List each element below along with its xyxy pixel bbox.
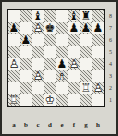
- rank-label-8: 8: [106, 10, 115, 22]
- square-c1: [32, 94, 44, 106]
- piece-black-king: ♚: [44, 22, 56, 34]
- file-labels: abcdefgh: [8, 119, 104, 131]
- rank-label-6: 6: [106, 34, 115, 46]
- rank-label-2: 2: [106, 82, 115, 94]
- rank-label-3: 3: [106, 70, 115, 82]
- rank-label-5: 5: [106, 46, 115, 58]
- square-h6: [92, 34, 104, 46]
- file-label-a: a: [8, 119, 20, 131]
- piece-white-pawn: ♟♙: [8, 58, 20, 70]
- square-b6: ♟: [20, 34, 32, 46]
- piece-white-rook: ♜♖: [80, 82, 92, 94]
- piece-white-king: ♚♔: [44, 94, 56, 106]
- square-c3: ♟♙: [32, 70, 44, 82]
- rank-label-1: 1: [106, 94, 115, 106]
- square-e3: ♝♗: [56, 70, 68, 82]
- file-label-f: f: [68, 119, 80, 131]
- square-a1: ♜♖: [8, 94, 20, 106]
- square-a7: ♟: [8, 22, 20, 34]
- square-g1: [80, 94, 92, 106]
- rank-labels: 87654321: [106, 10, 115, 106]
- square-f6: [68, 34, 80, 46]
- file-label-c: c: [32, 119, 44, 131]
- square-f4: ♟♙: [68, 58, 80, 70]
- piece-white-rook: ♜♖: [8, 94, 20, 106]
- square-f7: ♟: [68, 22, 80, 34]
- file-label-h: h: [92, 119, 104, 131]
- file-label-b: b: [20, 119, 32, 131]
- file-label-e: e: [56, 119, 68, 131]
- square-d6: [44, 34, 56, 46]
- square-h5: [92, 46, 104, 58]
- square-c5: [32, 46, 44, 58]
- square-g4: [80, 58, 92, 70]
- square-b8: [20, 10, 32, 22]
- square-f1: [68, 94, 80, 106]
- square-d4: [44, 58, 56, 70]
- square-d3: [44, 70, 56, 82]
- square-b5: [20, 46, 32, 58]
- square-e1: [56, 94, 68, 106]
- square-d5: [44, 46, 56, 58]
- square-c2: [32, 82, 44, 94]
- scanned-diagram-page: ♝♝♜♟♟♙♚♟♟♟♟♟♙♟♟♙♟♙♝♗♜♖♟♙♜♖♚♔ abcdefgh 87…: [0, 0, 118, 136]
- square-e2: [56, 82, 68, 94]
- piece-black-pawn: ♟: [8, 22, 20, 34]
- piece-black-pawn: ♟: [80, 22, 92, 34]
- rank-label-7: 7: [106, 22, 115, 34]
- square-h7: ♟: [92, 22, 104, 34]
- square-g6: [80, 34, 92, 46]
- square-h4: [92, 58, 104, 70]
- piece-white-pawn: ♟♙: [32, 22, 44, 34]
- square-b4: [20, 58, 32, 70]
- square-e8: [56, 10, 68, 22]
- square-f2: [68, 82, 80, 94]
- square-b3: [20, 70, 32, 82]
- piece-white-bishop: ♝♗: [56, 70, 68, 82]
- square-h1: [92, 94, 104, 106]
- file-label-d: d: [44, 119, 56, 131]
- square-g5: [80, 46, 92, 58]
- square-c7: ♟♙: [32, 22, 44, 34]
- chess-board: ♝♝♜♟♟♙♚♟♟♟♟♟♙♟♟♙♟♙♝♗♜♖♟♙♜♖♚♔: [7, 9, 105, 107]
- square-a3: [8, 70, 20, 82]
- square-a6: [8, 34, 20, 46]
- piece-white-pawn: ♟♙: [32, 70, 44, 82]
- square-a4: ♟♙: [8, 58, 20, 70]
- square-h2: ♟♙: [92, 82, 104, 94]
- piece-white-pawn: ♟♙: [68, 58, 80, 70]
- square-f3: [68, 70, 80, 82]
- file-label-g: g: [80, 119, 92, 131]
- square-c6: [32, 34, 44, 46]
- square-e6: [56, 34, 68, 46]
- piece-black-pawn: ♟: [92, 22, 104, 34]
- square-d7: ♚: [44, 22, 56, 34]
- piece-black-pawn: ♟: [20, 34, 32, 46]
- square-g2: ♜♖: [80, 82, 92, 94]
- square-b1: [20, 94, 32, 106]
- square-d1: ♚♔: [44, 94, 56, 106]
- square-b2: [20, 82, 32, 94]
- rank-label-4: 4: [106, 58, 115, 70]
- piece-white-pawn: ♟♙: [92, 82, 104, 94]
- square-e7: [56, 22, 68, 34]
- piece-black-pawn: ♟: [68, 22, 80, 34]
- square-g7: ♟: [80, 22, 92, 34]
